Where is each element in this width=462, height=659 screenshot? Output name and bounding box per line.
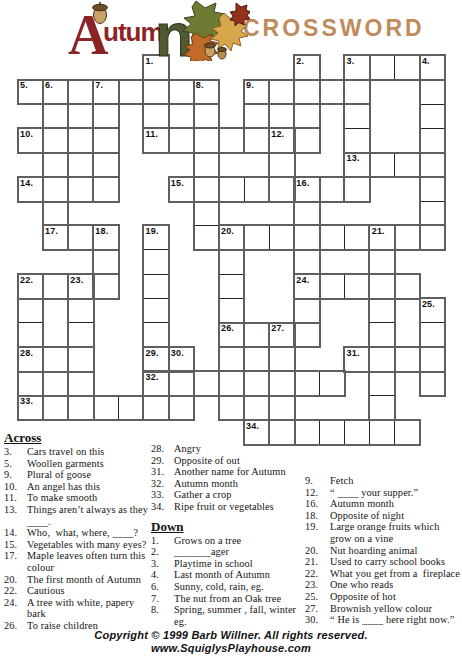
clue-number: 8. — [151, 604, 159, 616]
clue-number: 22. — [4, 585, 17, 597]
clue-text: Another name for Autumn — [174, 466, 286, 477]
grid-cell[interactable] — [43, 395, 69, 420]
clue-number: 16. — [305, 498, 318, 510]
clue-text: Opposite of hot — [330, 591, 396, 602]
clue-item: 8.Spring, summer , fall, winter eg. — [151, 604, 319, 627]
clue-item: 19.Large orange fruits which grow on a v… — [305, 521, 462, 544]
grid-cell[interactable] — [18, 371, 44, 396]
clue-text: Brownish yellow colour — [330, 603, 432, 614]
clue-number: 14. — [4, 527, 17, 539]
clue-number: 20. — [4, 574, 17, 586]
clue-text: Who, what, where, ____? — [27, 527, 138, 538]
grid-cell[interactable] — [43, 201, 69, 226]
clue-text: Large orange fruits which grow on a vine — [330, 521, 439, 544]
clue-text: What you get from a fireplace — [330, 568, 460, 579]
grid-cell[interactable] — [18, 298, 44, 323]
cell-number: 19. — [146, 227, 159, 236]
grid-cell[interactable] — [344, 274, 370, 299]
middle-clues-column: 28.Angry29.Opposite of out31.Another nam… — [151, 443, 319, 627]
clue-text: Plural of goose — [27, 469, 91, 480]
clue-number: 23. — [305, 579, 318, 591]
grid-cell[interactable] — [244, 322, 270, 347]
grid-cell[interactable] — [244, 371, 270, 396]
grid-cell[interactable] — [319, 177, 345, 202]
grid-cell[interactable] — [319, 420, 345, 445]
clue-text: Autumn month — [330, 498, 394, 509]
clue-number: 27. — [305, 603, 318, 615]
grid-cell[interactable] — [369, 395, 395, 420]
clue-item: 27.Brownish yellow colour — [305, 603, 462, 615]
grid-cell[interactable] — [419, 371, 445, 396]
clue-number: 25. — [305, 591, 318, 603]
grid-cell[interactable] — [193, 128, 219, 153]
puzzle-page: A utum n CROSSWORD 1.2.3.4.5.6.7.8.9.10.… — [0, 0, 462, 659]
grid-cell[interactable] — [294, 225, 320, 250]
clue-text: Maple leaves often turn this colour — [27, 550, 145, 573]
grid-cell[interactable] — [269, 225, 295, 250]
clue-text: Used to carry school books — [330, 556, 445, 567]
clue-item: 2._______ager — [151, 546, 319, 558]
grid-cell[interactable] — [319, 371, 345, 396]
down-clues-column: 9.Fetch12.“ ____ your supper.”16.Autumn … — [305, 475, 462, 626]
grid-cell[interactable] — [419, 177, 445, 202]
grid-cell[interactable] — [369, 152, 395, 177]
grid-cell[interactable] — [269, 420, 295, 445]
across-clue-list-2: 28.Angry29.Opposite of out31.Another nam… — [151, 443, 319, 513]
grid-cell[interactable] — [294, 249, 320, 274]
grid-cell[interactable] — [93, 152, 119, 177]
clue-item: 4.Last month of Autumn — [151, 569, 319, 581]
cell-number: 17. — [45, 227, 58, 236]
grid-cell[interactable] — [369, 371, 395, 396]
grid-cell[interactable] — [269, 347, 295, 372]
clue-number: 31. — [151, 466, 164, 478]
clue-text: _______ager — [174, 546, 229, 557]
cell-number: 26. — [221, 324, 234, 333]
grid-cell[interactable] — [218, 249, 244, 274]
grid-cell[interactable] — [18, 322, 44, 347]
clue-number: 2. — [151, 546, 159, 558]
grid-cell[interactable] — [43, 128, 69, 153]
cell-number: 23. — [70, 276, 83, 285]
grid-cell[interactable] — [43, 152, 69, 177]
grid-cell[interactable] — [369, 249, 395, 274]
grid-cell[interactable] — [269, 79, 295, 104]
clue-number: 12. — [305, 487, 318, 499]
clue-item: 18.Opposite of night — [305, 510, 462, 522]
grid-cell[interactable] — [218, 298, 244, 323]
clue-item: 6.Sunny, cold, rain, eg. — [151, 581, 319, 593]
clue-item: 22.What you get from a fireplace — [305, 568, 462, 580]
copyright-line: Copyright © 1999 Barb Willner. All right… — [0, 629, 462, 641]
clue-text: “ He is ____ here right now.” — [330, 614, 454, 625]
grid-cell[interactable] — [68, 347, 94, 372]
clue-text: Ripe fruit or vegetables — [174, 501, 274, 512]
cell-number: 3. — [347, 57, 355, 66]
grid-cell[interactable] — [319, 79, 345, 104]
grid-cell[interactable] — [294, 322, 320, 347]
grid-cell[interactable] — [269, 371, 295, 396]
cell-number: 34. — [246, 422, 259, 431]
logo-letters-utum: utum — [103, 17, 163, 47]
grid-cell[interactable] — [344, 420, 370, 445]
cell-number: 21. — [372, 227, 385, 236]
grid-cell[interactable] — [394, 55, 420, 80]
grid-cell[interactable] — [344, 104, 370, 129]
grid-cell[interactable] — [143, 79, 169, 104]
grid-cell[interactable] — [344, 79, 370, 104]
cell-number: 30. — [171, 349, 184, 358]
clue-text: The first month of Autumn — [27, 574, 141, 585]
clue-number: 18. — [305, 510, 318, 522]
clue-item: 23.One who reads — [305, 579, 462, 591]
clue-text: Sunny, cold, rain, eg. — [174, 581, 264, 592]
clue-number: 20. — [305, 545, 318, 557]
grid-cell[interactable] — [193, 152, 219, 177]
clue-text: An angel has this — [27, 481, 100, 492]
cell-number: 9. — [246, 81, 254, 90]
clue-item: 9.Fetch — [305, 475, 462, 487]
grid-cell[interactable] — [394, 420, 420, 445]
grid-cell[interactable] — [168, 79, 194, 104]
grid-cell[interactable] — [68, 395, 94, 420]
grid-cell[interactable] — [294, 128, 320, 153]
clue-text: Opposite of out — [174, 455, 240, 466]
clue-item: 30.“ He is ____ here right now.” — [305, 614, 462, 626]
clue-number: 3. — [4, 446, 12, 458]
clue-text: Cautious — [27, 585, 65, 596]
grid-cell[interactable] — [168, 395, 194, 420]
clue-item: 3.Playtime in school — [151, 558, 319, 570]
clue-text: Grows on a tree — [174, 535, 241, 546]
clue-number: 24. — [4, 597, 17, 609]
clue-text: Things aren’t always as they ____. — [27, 504, 148, 527]
clue-number: 17. — [4, 550, 17, 562]
autumn-logo: A utum n — [56, 0, 250, 61]
clue-number: 11. — [4, 492, 17, 504]
clue-number: 6. — [151, 581, 159, 593]
grid-cell[interactable] — [419, 322, 445, 347]
grid-cell[interactable] — [68, 79, 94, 104]
cell-number: 33. — [20, 397, 33, 406]
grid-cell[interactable] — [218, 395, 244, 420]
clue-number: 10. — [4, 481, 17, 493]
grid-cell[interactable] — [369, 298, 395, 323]
grid-cell[interactable] — [419, 347, 445, 372]
clue-number: 3. — [151, 558, 159, 570]
clue-item: 20.Nut hoarding animal — [305, 545, 462, 557]
grid-cell[interactable] — [244, 128, 270, 153]
grid-cell[interactable] — [218, 274, 244, 299]
grid-cell[interactable] — [319, 274, 345, 299]
clue-text: Gather a crop — [174, 489, 232, 500]
cell-number: 11. — [146, 130, 159, 139]
down-clue-list-2: 9.Fetch12.“ ____ your supper.”16.Autumn … — [305, 475, 462, 626]
clue-number: 34. — [151, 501, 164, 513]
grid-cell[interactable] — [93, 249, 119, 274]
website-line: www.SquiglysPlayhouse.com — [0, 642, 462, 654]
clue-item: 12.“ ____ your supper.” — [305, 487, 462, 499]
grid-cell[interactable] — [294, 420, 320, 445]
grid-cell[interactable] — [369, 347, 395, 372]
crossword-grid: 1.2.3.4.5.6.7.8.9.10.11.12.13.14.15.16.1… — [0, 0, 462, 462]
cell-number: 27. — [271, 324, 284, 333]
clue-number: 15. — [4, 539, 17, 551]
down-clue-list-1: 1.Grows on a tree2._______ager3.Playtime… — [151, 535, 319, 628]
grid-cell[interactable] — [43, 104, 69, 129]
grid-cell[interactable] — [394, 225, 420, 250]
grid-cell[interactable] — [269, 395, 295, 420]
grid-cell[interactable] — [294, 79, 320, 104]
grid-cell[interactable] — [193, 104, 219, 129]
clue-number: 9. — [305, 475, 313, 487]
grid-cell[interactable] — [369, 322, 395, 347]
cell-number: 5. — [20, 81, 28, 90]
clue-item: 29.Opposite of out — [151, 455, 319, 467]
cell-number: 16. — [296, 179, 309, 188]
cell-number: 14. — [20, 179, 33, 188]
clue-number: 28. — [151, 443, 164, 455]
grid-cell[interactable] — [143, 274, 169, 299]
grid-cell[interactable] — [168, 371, 194, 396]
clue-item: 31.Another name for Autumn — [151, 466, 319, 478]
cell-number: 28. — [20, 349, 33, 358]
clue-number: 1. — [151, 535, 159, 547]
grid-cell[interactable] — [244, 104, 270, 129]
clue-text: Nut hoarding animal — [330, 545, 418, 556]
grid-cell[interactable] — [269, 177, 295, 202]
grid-cell[interactable] — [269, 152, 295, 177]
clue-item: 34.Ripe fruit or vegetables — [151, 501, 319, 513]
cell-number: 4. — [422, 57, 430, 66]
grid-cell[interactable] — [419, 152, 445, 177]
grid-cell[interactable] — [369, 55, 395, 80]
grid-cell[interactable] — [93, 128, 119, 153]
clue-text: Spring, summer , fall, winter eg. — [174, 604, 296, 627]
grid-cell[interactable] — [394, 274, 420, 299]
clue-item: 1.Grows on a tree — [151, 535, 319, 547]
cell-number: 22. — [20, 276, 33, 285]
clue-text: Angry — [174, 443, 201, 454]
clue-number: 4. — [151, 569, 159, 581]
grid-cell[interactable] — [68, 225, 94, 250]
clue-number: 30. — [305, 614, 318, 626]
grid-cell[interactable] — [143, 395, 169, 420]
grid-cell[interactable] — [218, 347, 244, 372]
grid-cell[interactable] — [68, 371, 94, 396]
clue-number: 29. — [151, 455, 164, 467]
grid-cell[interactable] — [218, 177, 244, 202]
clue-item: 7.The nut from an Oak tree — [151, 593, 319, 605]
grid-cell[interactable] — [193, 371, 219, 396]
grid-cell[interactable] — [344, 128, 370, 153]
grid-cell[interactable] — [193, 225, 219, 250]
grid-cell[interactable] — [244, 177, 270, 202]
cell-number: 12. — [271, 130, 284, 139]
clue-text: A tree with white, papery bark — [27, 597, 134, 620]
cell-number: 20. — [221, 227, 234, 236]
cell-number: 1. — [146, 57, 154, 66]
grid-cell[interactable] — [369, 420, 395, 445]
cell-number: 6. — [45, 81, 53, 90]
grid-cell[interactable] — [68, 322, 94, 347]
grid-cell[interactable] — [193, 177, 219, 202]
clue-item: 16.Autumn month — [305, 498, 462, 510]
clue-number: 9. — [4, 469, 12, 481]
cell-number: 29. — [146, 349, 159, 358]
clue-text: One who reads — [330, 579, 393, 590]
clue-text: Vegetables with many eyes? — [27, 539, 147, 550]
grid-cell[interactable] — [43, 177, 69, 202]
cell-number: 7. — [95, 81, 103, 90]
clue-number: 22. — [305, 568, 318, 580]
cell-number: 25. — [422, 300, 435, 309]
cell-number: 13. — [347, 154, 360, 163]
clue-text: Fetch — [330, 475, 353, 486]
clue-number: 13. — [4, 504, 17, 516]
grid-cell[interactable] — [93, 395, 119, 420]
clue-text: Woollen garments — [27, 458, 104, 469]
grid-cell[interactable] — [419, 104, 445, 129]
cell-number: 2. — [296, 57, 304, 66]
clue-item: 33.Gather a crop — [151, 489, 319, 501]
grid-cell[interactable] — [244, 225, 270, 250]
grid-cell[interactable] — [344, 225, 370, 250]
grid-cell[interactable] — [419, 128, 445, 153]
grid-cell[interactable] — [143, 249, 169, 274]
cell-number: 8. — [196, 81, 204, 90]
grid-cell[interactable] — [168, 128, 194, 153]
grid-cell[interactable] — [218, 371, 244, 396]
clue-number: 19. — [305, 521, 318, 533]
grid-cell[interactable] — [419, 201, 445, 226]
clue-text: Last month of Autumn — [174, 569, 270, 580]
clue-text: Opposite of night — [330, 510, 404, 521]
grid-cell[interactable] — [93, 104, 119, 129]
grid-cell[interactable] — [143, 322, 169, 347]
clue-text: Cars travel on this — [27, 446, 105, 457]
clue-item: 32.Autumn month — [151, 478, 319, 490]
oak-leaves-icon — [183, 1, 250, 61]
grid-cell[interactable] — [394, 152, 420, 177]
clue-number: 33. — [151, 489, 164, 501]
cell-number: 15. — [171, 179, 184, 188]
grid-cell[interactable] — [68, 177, 94, 202]
grid-cell[interactable] — [118, 79, 144, 104]
grid-cell[interactable] — [93, 177, 119, 202]
grid-cell[interactable] — [419, 79, 445, 104]
grid-cell[interactable] — [294, 371, 320, 396]
grid-cell[interactable] — [43, 347, 69, 372]
grid-cell[interactable] — [294, 201, 320, 226]
clue-item: 25.Opposite of hot — [305, 591, 462, 603]
grid-cell[interactable] — [143, 298, 169, 323]
cell-number: 31. — [347, 349, 360, 358]
grid-cell[interactable] — [319, 225, 345, 250]
grid-cell[interactable] — [68, 298, 94, 323]
grid-cell[interactable] — [394, 347, 420, 372]
grid-cell[interactable] — [419, 225, 445, 250]
clue-text: “ ____ your supper.” — [330, 487, 418, 498]
clue-number: 5. — [4, 458, 12, 470]
clue-number: 32. — [151, 478, 164, 490]
grid-cell[interactable] — [294, 104, 320, 129]
clue-item: 21.Used to carry school books — [305, 556, 462, 568]
cell-number: 10. — [20, 130, 33, 139]
clue-number: 21. — [305, 556, 318, 568]
clue-number: 7. — [151, 593, 159, 605]
grid-cell[interactable] — [218, 128, 244, 153]
grid-cell[interactable] — [68, 128, 94, 153]
grid-cell[interactable] — [93, 274, 119, 299]
grid-cell[interactable] — [294, 298, 320, 323]
cell-number: 24. — [296, 276, 309, 285]
clue-text: To make smooth — [27, 492, 97, 503]
grid-cell[interactable] — [43, 274, 69, 299]
grid-cell[interactable] — [143, 104, 169, 129]
cell-number: 18. — [95, 227, 108, 236]
clue-text: The nut from an Oak tree — [174, 593, 281, 604]
grid-cell[interactable] — [118, 395, 144, 420]
grid-cell[interactable] — [193, 201, 219, 226]
cell-number: 32. — [146, 373, 159, 382]
grid-cell[interactable] — [344, 177, 370, 202]
down-heading: Down — [151, 520, 319, 533]
clue-text: Autumn month — [174, 478, 238, 489]
clue-text: Playtime in school — [174, 558, 253, 569]
grid-cell[interactable] — [369, 274, 395, 299]
